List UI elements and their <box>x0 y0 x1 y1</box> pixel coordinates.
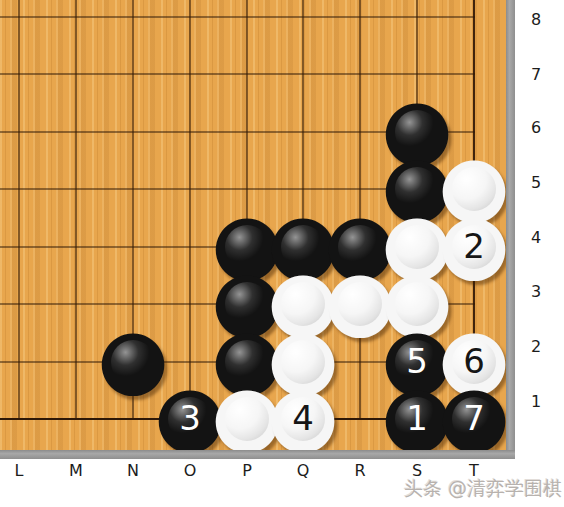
column-label-o: O <box>174 461 206 480</box>
go-diagram: ●●●●●●●●2●●●●●●●●5●6●3●●4●1●7 87654321 L… <box>0 0 564 507</box>
row-label-5: 5 <box>520 173 552 192</box>
row-label-6: 6 <box>520 118 552 137</box>
board-frame-bottom <box>0 450 515 459</box>
row-label-7: 7 <box>520 65 552 84</box>
column-label-p: P <box>231 461 263 480</box>
column-label-l: L <box>3 461 35 480</box>
board-grid <box>0 0 506 450</box>
row-label-4: 4 <box>520 228 552 247</box>
go-board: ●●●●●●●●2●●●●●●●●5●6●3●●4●1●7 <box>0 0 506 450</box>
row-label-8: 8 <box>520 10 552 29</box>
column-label-m: M <box>60 461 92 480</box>
board-frame-right <box>506 0 515 459</box>
row-label-3: 3 <box>520 282 552 301</box>
column-label-q: Q <box>287 461 319 480</box>
row-label-2: 2 <box>520 337 552 356</box>
column-label-n: N <box>117 461 149 480</box>
row-label-1: 1 <box>520 392 552 411</box>
column-label-r: R <box>344 461 376 480</box>
watermark: 头条 @清弈学围棋 <box>404 476 562 502</box>
